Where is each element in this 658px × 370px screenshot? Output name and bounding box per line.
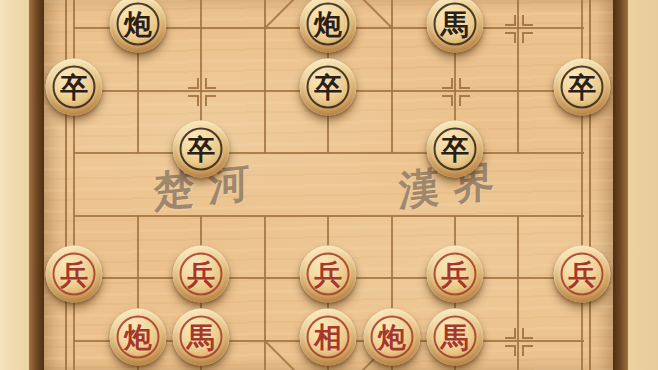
point-marker-bracket bbox=[188, 95, 199, 106]
piece-black-soldier[interactable]: 卒 bbox=[427, 121, 484, 178]
point-marker-bracket bbox=[205, 78, 216, 89]
piece-character: 卒 bbox=[554, 59, 611, 116]
piece-black-soldier[interactable]: 卒 bbox=[46, 59, 103, 116]
piece-character: 兵 bbox=[554, 246, 611, 303]
piece-red-elephant[interactable]: 相 bbox=[300, 309, 357, 366]
piece-character: 卒 bbox=[427, 121, 484, 178]
piece-character: 兵 bbox=[300, 246, 357, 303]
piece-character: 馬 bbox=[427, 0, 484, 53]
piece-character: 炮 bbox=[364, 309, 421, 366]
point-marker-bracket bbox=[522, 15, 533, 26]
point-marker-bracket bbox=[522, 345, 533, 356]
point-marker-bracket bbox=[205, 95, 216, 106]
xiangqi-game-screen: 楚河 漢界 炮炮馬卒卒卒卒卒兵兵兵兵兵炮馬相炮馬 bbox=[0, 0, 658, 370]
table-surface-right bbox=[628, 0, 658, 370]
board-frame-left bbox=[65, 0, 67, 370]
piece-red-soldier[interactable]: 兵 bbox=[427, 246, 484, 303]
piece-character: 馬 bbox=[173, 309, 230, 366]
file-line bbox=[517, 0, 519, 153]
point-marker-bracket bbox=[522, 328, 533, 339]
point-marker-bracket bbox=[505, 15, 516, 26]
piece-red-soldier[interactable]: 兵 bbox=[300, 246, 357, 303]
piece-red-soldier[interactable]: 兵 bbox=[46, 246, 103, 303]
file-line bbox=[581, 0, 583, 370]
piece-black-soldier[interactable]: 卒 bbox=[173, 121, 230, 178]
point-marker-bracket bbox=[505, 32, 516, 43]
piece-black-soldier[interactable]: 卒 bbox=[554, 59, 611, 116]
piece-black-horse[interactable]: 馬 bbox=[427, 0, 484, 53]
piece-character: 卒 bbox=[46, 59, 103, 116]
piece-character: 兵 bbox=[173, 246, 230, 303]
piece-black-soldier[interactable]: 卒 bbox=[300, 59, 357, 116]
point-marker-bracket bbox=[188, 78, 199, 89]
board-edge-right bbox=[613, 0, 628, 370]
piece-character: 炮 bbox=[110, 309, 167, 366]
point-marker-bracket bbox=[522, 32, 533, 43]
piece-red-cannon[interactable]: 炮 bbox=[364, 309, 421, 366]
piece-black-cannon[interactable]: 炮 bbox=[300, 0, 357, 53]
piece-character: 馬 bbox=[427, 309, 484, 366]
piece-red-soldier[interactable]: 兵 bbox=[554, 246, 611, 303]
file-line bbox=[264, 216, 266, 370]
piece-character: 炮 bbox=[300, 0, 357, 53]
piece-character: 卒 bbox=[300, 59, 357, 116]
point-marker-bracket bbox=[459, 95, 470, 106]
piece-character: 卒 bbox=[173, 121, 230, 178]
xiangqi-board[interactable]: 楚河 漢界 炮炮馬卒卒卒卒卒兵兵兵兵兵炮馬相炮馬 bbox=[44, 0, 613, 370]
board-edge-left bbox=[29, 0, 44, 370]
file-line bbox=[517, 216, 519, 370]
piece-black-cannon[interactable]: 炮 bbox=[110, 0, 167, 53]
point-marker-bracket bbox=[459, 78, 470, 89]
file-line bbox=[264, 0, 266, 153]
point-marker-bracket bbox=[505, 328, 516, 339]
point-marker-bracket bbox=[442, 95, 453, 106]
point-marker-bracket bbox=[505, 345, 516, 356]
piece-red-horse[interactable]: 馬 bbox=[173, 309, 230, 366]
point-marker-bracket bbox=[442, 78, 453, 89]
file-line bbox=[391, 0, 393, 153]
file-line bbox=[73, 0, 75, 370]
board-frame-right bbox=[589, 0, 591, 370]
piece-character: 兵 bbox=[46, 246, 103, 303]
piece-red-horse[interactable]: 馬 bbox=[427, 309, 484, 366]
piece-character: 炮 bbox=[110, 0, 167, 53]
table-surface-left bbox=[0, 0, 29, 370]
piece-character: 兵 bbox=[427, 246, 484, 303]
piece-red-cannon[interactable]: 炮 bbox=[110, 309, 167, 366]
piece-character: 相 bbox=[300, 309, 357, 366]
piece-red-soldier[interactable]: 兵 bbox=[173, 246, 230, 303]
